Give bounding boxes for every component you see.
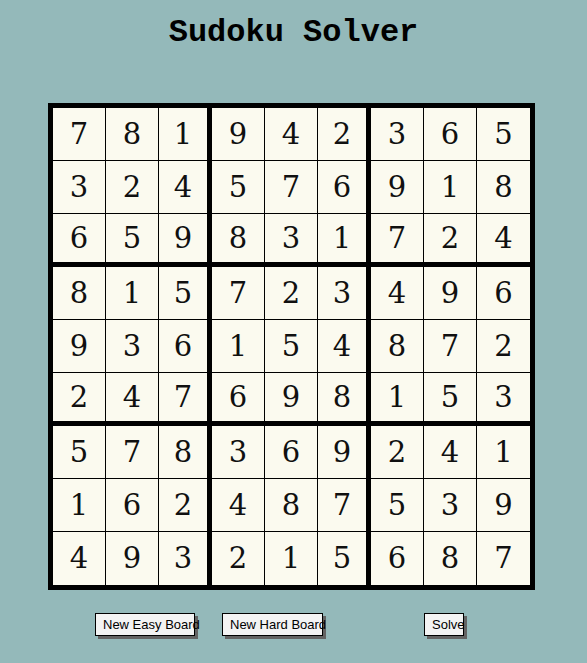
sudoku-cell[interactable]: 7 xyxy=(106,426,159,479)
sudoku-cell[interactable]: 9 xyxy=(477,479,530,532)
solve-button[interactable]: Solve xyxy=(424,613,464,636)
sudoku-cell[interactable]: 1 xyxy=(477,426,530,479)
sudoku-cell[interactable]: 4 xyxy=(265,108,318,161)
app-window: Sudoku Solver 78194236532457691865983172… xyxy=(0,0,587,663)
sudoku-cell[interactable]: 9 xyxy=(265,373,318,426)
sudoku-cell[interactable]: 8 xyxy=(424,532,477,585)
sudoku-cell[interactable]: 5 xyxy=(477,108,530,161)
sudoku-cell[interactable]: 6 xyxy=(318,161,371,214)
sudoku-cell[interactable]: 2 xyxy=(53,373,106,426)
sudoku-cell[interactable]: 1 xyxy=(106,267,159,320)
sudoku-cell[interactable]: 3 xyxy=(159,532,212,585)
sudoku-cell[interactable]: 8 xyxy=(106,108,159,161)
sudoku-cell[interactable]: 4 xyxy=(212,479,265,532)
sudoku-cell[interactable]: 5 xyxy=(265,320,318,373)
sudoku-cell[interactable]: 1 xyxy=(53,479,106,532)
sudoku-cell[interactable]: 4 xyxy=(424,426,477,479)
sudoku-cell[interactable]: 4 xyxy=(318,320,371,373)
sudoku-cell[interactable]: 8 xyxy=(159,426,212,479)
sudoku-cell[interactable]: 6 xyxy=(212,373,265,426)
sudoku-cell[interactable]: 6 xyxy=(477,267,530,320)
sudoku-cell[interactable]: 9 xyxy=(53,320,106,373)
sudoku-cell[interactable]: 3 xyxy=(106,320,159,373)
sudoku-cell[interactable]: 3 xyxy=(265,214,318,267)
sudoku-cell[interactable]: 1 xyxy=(371,373,424,426)
sudoku-cell[interactable]: 1 xyxy=(265,532,318,585)
sudoku-cell[interactable]: 6 xyxy=(159,320,212,373)
sudoku-cell[interactable]: 2 xyxy=(212,532,265,585)
sudoku-cell[interactable]: 4 xyxy=(106,373,159,426)
sudoku-cell[interactable]: 7 xyxy=(159,373,212,426)
sudoku-cell[interactable]: 7 xyxy=(265,161,318,214)
sudoku-cell[interactable]: 4 xyxy=(477,214,530,267)
new-hard-board-button[interactable]: New Hard Board xyxy=(222,613,323,636)
new-easy-board-button[interactable]: New Easy Board xyxy=(95,613,195,636)
sudoku-cell[interactable]: 2 xyxy=(424,214,477,267)
sudoku-cell[interactable]: 5 xyxy=(318,532,371,585)
sudoku-cell[interactable]: 8 xyxy=(212,214,265,267)
sudoku-cell[interactable]: 7 xyxy=(477,532,530,585)
sudoku-cell[interactable]: 6 xyxy=(265,426,318,479)
sudoku-cell[interactable]: 9 xyxy=(212,108,265,161)
sudoku-cell[interactable]: 1 xyxy=(159,108,212,161)
sudoku-cell[interactable]: 5 xyxy=(53,426,106,479)
sudoku-cell[interactable]: 2 xyxy=(265,267,318,320)
sudoku-cell[interactable]: 5 xyxy=(424,373,477,426)
sudoku-cell[interactable]: 9 xyxy=(318,426,371,479)
sudoku-cell[interactable]: 8 xyxy=(477,161,530,214)
sudoku-board: 7819423653245769186598317248157234969361… xyxy=(48,103,535,590)
sudoku-cell[interactable]: 7 xyxy=(53,108,106,161)
sudoku-cell[interactable]: 2 xyxy=(159,479,212,532)
sudoku-cell[interactable]: 7 xyxy=(318,479,371,532)
sudoku-cell[interactable]: 5 xyxy=(371,479,424,532)
sudoku-cell[interactable]: 6 xyxy=(424,108,477,161)
sudoku-cell[interactable]: 4 xyxy=(159,161,212,214)
sudoku-cell[interactable]: 1 xyxy=(318,214,371,267)
sudoku-cell[interactable]: 5 xyxy=(212,161,265,214)
sudoku-cell[interactable]: 5 xyxy=(159,267,212,320)
sudoku-cell[interactable]: 4 xyxy=(53,532,106,585)
page-title: Sudoku Solver xyxy=(0,14,587,51)
sudoku-cell[interactable]: 6 xyxy=(106,479,159,532)
sudoku-cell[interactable]: 3 xyxy=(212,426,265,479)
sudoku-cell[interactable]: 9 xyxy=(106,532,159,585)
sudoku-cell[interactable]: 4 xyxy=(371,267,424,320)
sudoku-cell[interactable]: 2 xyxy=(477,320,530,373)
sudoku-cell[interactable]: 9 xyxy=(371,161,424,214)
sudoku-cell[interactable]: 3 xyxy=(424,479,477,532)
sudoku-cell[interactable]: 2 xyxy=(318,108,371,161)
sudoku-cell[interactable]: 5 xyxy=(106,214,159,267)
sudoku-cell[interactable]: 8 xyxy=(318,373,371,426)
sudoku-cell[interactable]: 7 xyxy=(212,267,265,320)
sudoku-cell[interactable]: 3 xyxy=(318,267,371,320)
sudoku-cell[interactable]: 1 xyxy=(212,320,265,373)
sudoku-cell[interactable]: 2 xyxy=(371,426,424,479)
sudoku-cell[interactable]: 9 xyxy=(159,214,212,267)
sudoku-cell[interactable]: 3 xyxy=(53,161,106,214)
sudoku-cell[interactable]: 7 xyxy=(371,214,424,267)
sudoku-cell[interactable]: 3 xyxy=(371,108,424,161)
sudoku-cell[interactable]: 8 xyxy=(371,320,424,373)
sudoku-cell[interactable]: 8 xyxy=(53,267,106,320)
sudoku-cell[interactable]: 3 xyxy=(477,373,530,426)
sudoku-cell[interactable]: 2 xyxy=(106,161,159,214)
sudoku-cell[interactable]: 7 xyxy=(424,320,477,373)
sudoku-cell[interactable]: 9 xyxy=(424,267,477,320)
sudoku-cell[interactable]: 8 xyxy=(265,479,318,532)
sudoku-cell[interactable]: 1 xyxy=(424,161,477,214)
sudoku-cell[interactable]: 6 xyxy=(53,214,106,267)
sudoku-cell[interactable]: 6 xyxy=(371,532,424,585)
